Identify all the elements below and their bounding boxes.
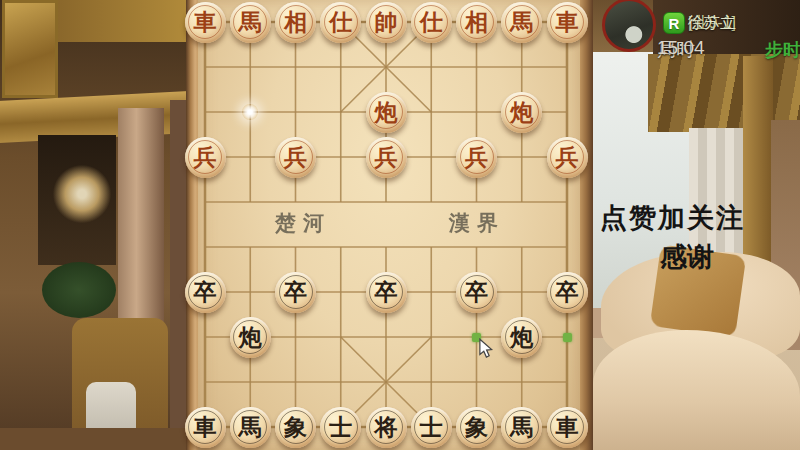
stream-caption: 点赞加关注 感谢: [600, 200, 770, 275]
gold-mirror: [2, 0, 58, 98]
chandelier-sconce: [52, 165, 112, 223]
player-avatar[interactable]: [602, 0, 656, 52]
game-time-value: 15:04: [657, 37, 705, 59]
step-time-label: 步时: [765, 38, 800, 62]
move-hint-marker: [563, 333, 572, 342]
app-root: 楚河 漢界 車馬相仕帥仕相馬車炮炮兵兵兵兵兵卒卒卒卒卒炮炮車馬象士将士象馬車 R…: [0, 0, 800, 450]
background-left-room: [0, 0, 186, 450]
markers-layer: [186, 0, 593, 450]
gold-wall: [58, 0, 186, 42]
marble-column-edge: [170, 100, 186, 450]
xiangqi-board[interactable]: 楚河 漢界 車馬相仕帥仕相馬車炮炮兵兵兵兵兵卒卒卒卒卒炮炮車馬象士将士象馬車: [186, 0, 593, 450]
caption-line2: 感谢: [660, 239, 770, 275]
rank-badge-icon: R: [663, 12, 685, 34]
floor: [0, 428, 186, 450]
player-name: 徐苏立: [688, 13, 736, 34]
green-plant: [42, 262, 116, 318]
caption-line1: 点赞加关注: [600, 200, 770, 236]
last-move-from-marker: [242, 104, 258, 120]
